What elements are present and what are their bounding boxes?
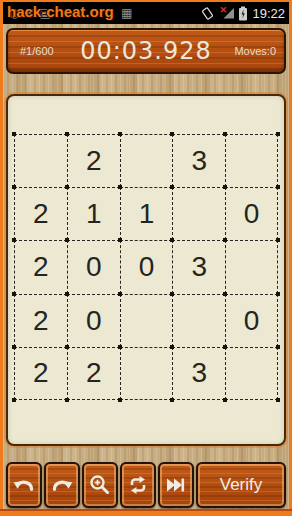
phone-screen: ◍ ✉ ▣ hack-cheat.org ▦ ✕ 19:22 xyxy=(3,2,289,509)
grid-dot xyxy=(118,185,122,189)
grid-dot xyxy=(276,292,280,296)
grid-dot xyxy=(223,292,227,296)
grid-dot xyxy=(276,132,280,136)
grid-dot xyxy=(12,238,16,242)
clock-text: 19:22 xyxy=(252,6,285,21)
cell-4-2[interactable] xyxy=(120,347,173,400)
grid-dot xyxy=(170,398,174,402)
grille-icon: ▦ xyxy=(121,6,132,20)
magnifier-plus-icon xyxy=(88,473,112,497)
board-cells: 2321102003200223 xyxy=(14,134,278,400)
cell-4-4[interactable] xyxy=(225,347,278,400)
redo-button[interactable] xyxy=(44,462,80,508)
grid-dot xyxy=(223,132,227,136)
cell-1-1[interactable]: 1 xyxy=(67,187,120,240)
grid-dot xyxy=(12,292,16,296)
grid-dot xyxy=(118,132,122,136)
grid-dot xyxy=(65,345,69,349)
undo-icon xyxy=(11,472,37,498)
grid-dot xyxy=(170,185,174,189)
grid-dot xyxy=(223,345,227,349)
grid-dot xyxy=(118,292,122,296)
no-signal-icon: ✕ xyxy=(219,7,234,20)
cell-1-0[interactable]: 2 xyxy=(14,187,67,240)
charging-battery-icon xyxy=(238,6,248,21)
grid-dot xyxy=(65,292,69,296)
grid-dot xyxy=(118,238,122,242)
grid-dot xyxy=(118,345,122,349)
grid-dot xyxy=(65,132,69,136)
cell-3-0[interactable]: 2 xyxy=(14,294,67,347)
cell-2-3[interactable]: 3 xyxy=(172,240,225,293)
restart-button[interactable] xyxy=(120,462,156,508)
grid-dot xyxy=(65,185,69,189)
grid-dot xyxy=(276,398,280,402)
moves-counter: Moves:0 xyxy=(220,45,284,57)
redo-icon xyxy=(49,472,75,498)
signal-x-mark: ✕ xyxy=(219,5,227,15)
grid-dot xyxy=(12,185,16,189)
verify-button[interactable]: Verify xyxy=(196,462,286,508)
slitherlink-board[interactable]: 2321102003200223 xyxy=(14,134,278,400)
cell-3-3[interactable] xyxy=(172,294,225,347)
cell-4-3[interactable]: 3 xyxy=(172,347,225,400)
cell-3-4[interactable]: 0 xyxy=(225,294,278,347)
cell-2-4[interactable] xyxy=(225,240,278,293)
grid-dot xyxy=(12,345,16,349)
cell-4-0[interactable]: 2 xyxy=(14,347,67,400)
puzzle-index: #1/600 xyxy=(8,45,72,57)
cell-0-1[interactable]: 2 xyxy=(67,134,120,187)
cell-0-3[interactable]: 3 xyxy=(172,134,225,187)
grid-dot xyxy=(170,345,174,349)
cell-1-2[interactable]: 1 xyxy=(120,187,173,240)
grid-dot xyxy=(12,132,16,136)
grid-dot xyxy=(170,238,174,242)
grid-dot xyxy=(65,238,69,242)
cell-0-0[interactable] xyxy=(14,134,67,187)
cell-1-3[interactable] xyxy=(172,187,225,240)
game-header-bar: #1/600 00:03.928 Moves:0 xyxy=(6,28,286,74)
grid-dot xyxy=(223,238,227,242)
watermark-text: hack-cheat.org xyxy=(7,3,114,20)
cell-3-1[interactable]: 0 xyxy=(67,294,120,347)
grid-dot xyxy=(12,398,16,402)
grid-dot xyxy=(276,345,280,349)
puzzle-panel: 2321102003200223 xyxy=(6,94,286,446)
status-bar: ◍ ✉ ▣ hack-cheat.org ▦ ✕ 19:22 xyxy=(3,2,289,24)
skip-button[interactable] xyxy=(158,462,194,508)
skip-next-icon xyxy=(164,473,188,497)
cell-0-2[interactable] xyxy=(120,134,173,187)
grid-dot xyxy=(170,292,174,296)
zoom-in-button[interactable] xyxy=(82,462,118,508)
grid-dot xyxy=(65,398,69,402)
undo-button[interactable] xyxy=(6,462,42,508)
screenshot-frame: ◍ ✉ ▣ hack-cheat.org ▦ ✕ 19:22 xyxy=(0,0,292,516)
cell-0-4[interactable] xyxy=(225,134,278,187)
grid-dot xyxy=(223,185,227,189)
bottom-toolbar: Verify xyxy=(6,462,286,508)
grid-dot xyxy=(276,185,280,189)
cell-2-1[interactable]: 0 xyxy=(67,240,120,293)
cell-4-1[interactable]: 2 xyxy=(67,347,120,400)
grid-dot xyxy=(170,132,174,136)
grid-dot xyxy=(223,398,227,402)
cell-2-0[interactable]: 2 xyxy=(14,240,67,293)
grid-dot xyxy=(276,238,280,242)
cell-3-2[interactable] xyxy=(120,294,173,347)
rotate-phone-icon xyxy=(200,6,215,21)
verify-button-label: Verify xyxy=(220,475,263,495)
cell-2-2[interactable]: 0 xyxy=(120,240,173,293)
cell-1-4[interactable]: 0 xyxy=(225,187,278,240)
timer-display: 00:03.928 xyxy=(72,37,220,65)
repeat-loop-icon xyxy=(126,473,150,497)
grid-dot xyxy=(118,398,122,402)
